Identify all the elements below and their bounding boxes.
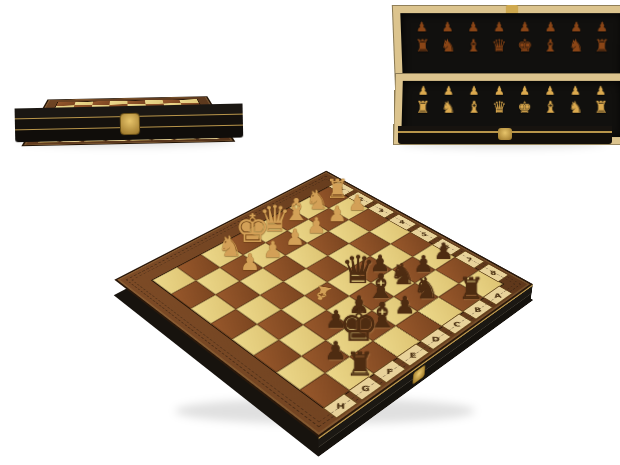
stored-piece-light-knight: ♞ — [568, 100, 583, 116]
stored-piece-dark-pawn: ♟ — [570, 20, 582, 33]
piece-light-pawn-f2[interactable]: ♟ — [226, 251, 273, 274]
square-g5[interactable] — [257, 310, 303, 340]
stored-piece-dark-pawn: ♟ — [519, 20, 531, 33]
stored-piece-light-pawn: ♟ — [494, 85, 505, 97]
stored-piece-dark-rook: ♜ — [414, 37, 430, 54]
square-h4[interactable] — [211, 309, 257, 339]
product-photo-canvas: ABCDEFGH ♟♟♟♟♟♟♟♟ ♜♞♝♛♚♝♞♜ ♟♟♟♟♟♟♟♟ ♜♞♝♛… — [0, 0, 620, 465]
stored-piece-light-pawn: ♟ — [595, 85, 606, 97]
stored-piece-dark-bishop: ♝ — [543, 37, 559, 54]
square-g4[interactable] — [236, 295, 281, 324]
stored-piece-dark-queen: ♛ — [491, 37, 507, 54]
stored-piece-light-pawn: ♟ — [519, 85, 530, 97]
stored-piece-dark-pawn: ♟ — [596, 20, 608, 33]
stored-piece-dark-bishop: ♝ — [466, 37, 482, 54]
stored-piece-dark-knight: ♞ — [568, 37, 584, 54]
piece-dark-rook-g8[interactable]: ♜ — [332, 349, 386, 382]
stored-piece-dark-king: ♚ — [517, 37, 533, 54]
board-grid: ♞♚♛♝♞♜♟♟♟♟♟♟♝♛♟♟♟♝♞♟♟♟♚♝♟♞♜♜ — [151, 186, 505, 410]
board-frame: ♞♚♛♝♞♜♟♟♟♟♟♟♝♛♟♟♟♝♞♟♟♟♚♝♟♞♜♜ HGFEDCBA 12… — [114, 171, 533, 438]
stored-piece-dark-pawn: ♟ — [493, 20, 505, 33]
stored-piece-light-rook: ♜ — [594, 100, 609, 116]
main-board-view: ♞♚♛♝♞♜♟♟♟♟♟♟♝♛♟♟♟♝♞♟♟♟♚♝♟♞♜♜ HGFEDCBA 12… — [98, 107, 548, 457]
stored-piece-light-pawn: ♟ — [545, 85, 556, 97]
chessboard-3d: ♞♚♛♝♞♜♟♟♟♟♟♟♝♛♟♟♟♝♞♟♟♟♚♝♟♞♜♜ HGFEDCBA 12… — [114, 171, 533, 438]
lid-clasp-tab-icon — [506, 5, 518, 13]
stored-piece-light-pawn: ♟ — [570, 85, 581, 97]
stored-piece-dark-pawn: ♟ — [545, 20, 557, 33]
stored-piece-dark-pawn: ♟ — [416, 20, 428, 33]
piece-dark-rook-b8[interactable]: ♜ — [446, 275, 495, 305]
square-h2[interactable] — [171, 281, 215, 309]
square-h1[interactable] — [152, 267, 196, 294]
stored-piece-light-pawn: ♟ — [468, 85, 479, 97]
rank-label-4: 4 — [388, 214, 416, 230]
stored-piece-dark-rook: ♜ — [594, 37, 610, 54]
stored-piece-light-pawn: ♟ — [443, 85, 454, 97]
stored-piece-dark-pawn: ♟ — [442, 20, 454, 33]
stored-piece-dark-knight: ♞ — [440, 37, 456, 54]
stored-piece-light-pawn: ♟ — [418, 85, 429, 97]
stored-piece-dark-pawn: ♟ — [467, 20, 479, 33]
